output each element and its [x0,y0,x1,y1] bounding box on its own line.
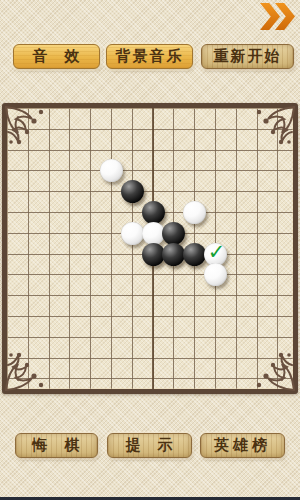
last-move-check-icon: ✓ [205,241,228,264]
black-stone [183,243,206,266]
hall-of-fame-button[interactable]: 英雄榜 [200,433,285,458]
stones-layer: ✓ [7,108,293,389]
black-stone [162,222,185,245]
undo-button[interactable]: 悔 棋 [15,433,98,458]
hint-button[interactable]: 提 示 [107,433,192,458]
game-screen: 音 效 背景音乐 重新开始 [0,0,300,500]
white-stone [100,159,123,182]
black-stone [121,180,144,203]
black-stone [162,243,185,266]
white-stone [183,201,206,224]
gomoku-board[interactable]: ✓ [2,103,298,394]
white-stone [121,222,144,245]
restart-button[interactable]: 重新开始 [201,44,294,69]
expand-button[interactable] [260,3,297,30]
black-stone [142,243,165,266]
sound-effects-button[interactable]: 音 效 [13,44,100,69]
chevron-right-icon [260,3,280,30]
white-stone [142,222,165,245]
black-stone [142,201,165,224]
white-stone: ✓ [204,243,227,266]
background-music-button[interactable]: 背景音乐 [106,44,193,69]
white-stone [204,263,227,286]
